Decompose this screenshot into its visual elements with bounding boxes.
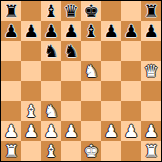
square-b3[interactable]: ♝ <box>21 101 41 121</box>
square-h6[interactable] <box>141 41 161 61</box>
piece-white-pawn[interactable]: ♟ <box>43 121 58 141</box>
square-h3[interactable] <box>141 101 161 121</box>
square-b4[interactable] <box>21 81 41 101</box>
square-e3[interactable] <box>81 101 101 121</box>
piece-black-rook[interactable]: ♜ <box>143 1 158 21</box>
square-e6[interactable] <box>81 41 101 61</box>
piece-white-pawn[interactable]: ♟ <box>123 121 138 141</box>
square-f4[interactable] <box>101 81 121 101</box>
piece-black-rook[interactable]: ♜ <box>3 1 18 21</box>
square-d5[interactable] <box>61 61 81 81</box>
square-c7[interactable]: ♟ <box>41 21 61 41</box>
piece-white-pawn[interactable]: ♟ <box>143 121 158 141</box>
piece-white-knight[interactable]: ♞ <box>83 61 98 81</box>
square-d7[interactable]: ♟ <box>61 21 81 41</box>
square-g7[interactable]: ♟ <box>121 21 141 41</box>
square-c3[interactable]: ♞ <box>41 101 61 121</box>
square-a4[interactable] <box>1 81 21 101</box>
square-c4[interactable] <box>41 81 61 101</box>
square-c2[interactable]: ♟ <box>41 121 61 141</box>
square-f8[interactable] <box>101 1 121 21</box>
square-b1[interactable] <box>21 141 41 161</box>
square-c8[interactable]: ♝ <box>41 1 61 21</box>
square-e7[interactable]: ♝ <box>81 21 101 41</box>
square-f3[interactable] <box>101 101 121 121</box>
piece-black-pawn[interactable]: ♟ <box>3 21 18 41</box>
square-e5[interactable]: ♞ <box>81 61 101 81</box>
square-c1[interactable]: ♝ <box>41 141 61 161</box>
square-h7[interactable]: ♟ <box>141 21 161 41</box>
square-g4[interactable] <box>121 81 141 101</box>
square-d4[interactable] <box>61 81 81 101</box>
piece-black-bishop[interactable]: ♝ <box>43 1 58 21</box>
piece-black-pawn[interactable]: ♟ <box>23 21 38 41</box>
square-a1[interactable]: ♜ <box>1 141 21 161</box>
square-f6[interactable] <box>101 41 121 61</box>
square-a8[interactable]: ♜ <box>1 1 21 21</box>
square-h4[interactable] <box>141 81 161 101</box>
square-g2[interactable]: ♟ <box>121 121 141 141</box>
square-c5[interactable] <box>41 61 61 81</box>
square-g6[interactable] <box>121 41 141 61</box>
piece-black-pawn[interactable]: ♟ <box>123 21 138 41</box>
square-g3[interactable] <box>121 101 141 121</box>
square-a2[interactable]: ♟ <box>1 121 21 141</box>
piece-black-pawn[interactable]: ♟ <box>143 21 158 41</box>
square-d3[interactable] <box>61 101 81 121</box>
square-e1[interactable]: ♚ <box>81 141 101 161</box>
piece-black-pawn[interactable]: ♟ <box>63 21 78 41</box>
piece-white-pawn[interactable]: ♟ <box>103 121 118 141</box>
square-e4[interactable] <box>81 81 101 101</box>
square-d6[interactable]: ♞ <box>61 41 81 61</box>
square-h2[interactable]: ♟ <box>141 121 161 141</box>
piece-black-pawn[interactable]: ♟ <box>43 21 58 41</box>
square-a7[interactable]: ♟ <box>1 21 21 41</box>
piece-white-pawn[interactable]: ♟ <box>23 121 38 141</box>
piece-white-rook[interactable]: ♜ <box>3 141 18 161</box>
piece-black-pawn[interactable]: ♟ <box>103 21 118 41</box>
piece-white-bishop[interactable]: ♝ <box>43 141 58 161</box>
piece-white-rook[interactable]: ♜ <box>143 141 158 161</box>
square-g1[interactable] <box>121 141 141 161</box>
square-b8[interactable] <box>21 1 41 21</box>
piece-black-queen[interactable]: ♛ <box>63 1 78 21</box>
piece-white-pawn[interactable]: ♟ <box>63 121 78 141</box>
square-f2[interactable]: ♟ <box>101 121 121 141</box>
square-d8[interactable]: ♛ <box>61 1 81 21</box>
piece-black-knight[interactable]: ♞ <box>43 41 58 61</box>
square-f7[interactable]: ♟ <box>101 21 121 41</box>
square-b6[interactable] <box>21 41 41 61</box>
square-a5[interactable] <box>1 61 21 81</box>
square-b5[interactable] <box>21 61 41 81</box>
square-g8[interactable] <box>121 1 141 21</box>
square-d1[interactable] <box>61 141 81 161</box>
piece-black-bishop[interactable]: ♝ <box>83 21 98 41</box>
square-h5[interactable]: ♛ <box>141 61 161 81</box>
square-g5[interactable] <box>121 61 141 81</box>
square-e8[interactable]: ♚ <box>81 1 101 21</box>
chess-board: ♜♝♛♚♜♟♟♟♟♝♟♟♟♞♞♞♛♝♞♟♟♟♟♟♟♟♜♝♚♜ <box>0 0 162 162</box>
square-c6[interactable]: ♞ <box>41 41 61 61</box>
square-d2[interactable]: ♟ <box>61 121 81 141</box>
square-e2[interactable] <box>81 121 101 141</box>
square-h1[interactable]: ♜ <box>141 141 161 161</box>
square-a6[interactable] <box>1 41 21 61</box>
square-b2[interactable]: ♟ <box>21 121 41 141</box>
piece-white-bishop[interactable]: ♝ <box>23 101 38 121</box>
square-h8[interactable]: ♜ <box>141 1 161 21</box>
square-a3[interactable] <box>1 101 21 121</box>
piece-black-king[interactable]: ♚ <box>83 1 98 21</box>
piece-white-pawn[interactable]: ♟ <box>3 121 18 141</box>
piece-white-king[interactable]: ♚ <box>83 141 98 161</box>
piece-white-queen[interactable]: ♛ <box>143 61 158 81</box>
square-f5[interactable] <box>101 61 121 81</box>
square-f1[interactable] <box>101 141 121 161</box>
piece-white-knight[interactable]: ♞ <box>43 101 58 121</box>
piece-black-knight[interactable]: ♞ <box>63 41 78 61</box>
square-b7[interactable]: ♟ <box>21 21 41 41</box>
